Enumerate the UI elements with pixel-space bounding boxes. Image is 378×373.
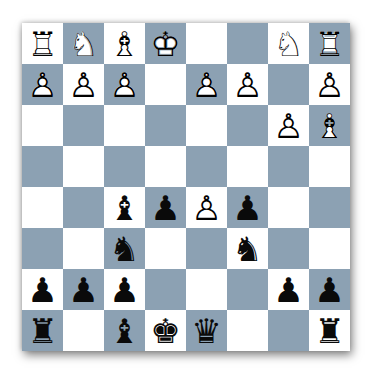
white-pawn-piece: ♟ bbox=[268, 105, 309, 146]
square-d2[interactable]: ♟♙ bbox=[186, 64, 227, 105]
square-h8[interactable]: ♜ bbox=[22, 310, 63, 351]
square-a4[interactable] bbox=[309, 146, 350, 187]
square-d1[interactable] bbox=[186, 23, 227, 64]
black-pawn-piece: ♟ bbox=[63, 269, 104, 310]
white-pawn-piece-outline: ♙ bbox=[309, 64, 350, 105]
white-bishop-piece-outline: ♗ bbox=[309, 105, 350, 146]
square-e3[interactable] bbox=[145, 105, 186, 146]
white-pawn-piece: ♟ bbox=[227, 64, 268, 105]
square-d3[interactable] bbox=[186, 105, 227, 146]
black-rook-piece: ♜ bbox=[309, 310, 350, 351]
black-pawn-piece: ♟ bbox=[268, 269, 309, 310]
white-pawn-piece-outline: ♙ bbox=[63, 64, 104, 105]
square-b7[interactable]: ♟ bbox=[268, 269, 309, 310]
square-g4[interactable] bbox=[63, 146, 104, 187]
square-a6[interactable] bbox=[309, 228, 350, 269]
square-e7[interactable] bbox=[145, 269, 186, 310]
white-rook-piece: ♜ bbox=[309, 23, 350, 64]
square-a1[interactable]: ♜♖ bbox=[309, 23, 350, 64]
square-h7[interactable]: ♟ bbox=[22, 269, 63, 310]
white-king-piece: ♚ bbox=[145, 23, 186, 64]
black-pawn-piece: ♟ bbox=[104, 269, 145, 310]
square-a5[interactable] bbox=[309, 187, 350, 228]
square-c3[interactable] bbox=[227, 105, 268, 146]
white-knight-piece-outline: ♘ bbox=[63, 23, 104, 64]
square-g7[interactable]: ♟ bbox=[63, 269, 104, 310]
square-h4[interactable] bbox=[22, 146, 63, 187]
white-pawn-piece: ♟ bbox=[186, 187, 227, 228]
square-f4[interactable] bbox=[104, 146, 145, 187]
square-f6[interactable]: ♞ bbox=[104, 228, 145, 269]
square-g1[interactable]: ♞♘ bbox=[63, 23, 104, 64]
square-f2[interactable]: ♟♙ bbox=[104, 64, 145, 105]
black-pawn-piece: ♟ bbox=[22, 269, 63, 310]
square-g5[interactable] bbox=[63, 187, 104, 228]
chess-board: ♜♖♞♘♝♗♚♔♞♘♜♖♟♙♟♙♟♙♟♙♟♙♟♙♟♙♝♗♝♟♟♙♟♞♞♟♟♟♟♟… bbox=[22, 23, 350, 351]
white-pawn-piece-outline: ♙ bbox=[104, 64, 145, 105]
square-c4[interactable] bbox=[227, 146, 268, 187]
square-d5[interactable]: ♟♙ bbox=[186, 187, 227, 228]
white-pawn-piece: ♟ bbox=[186, 64, 227, 105]
square-e2[interactable] bbox=[145, 64, 186, 105]
square-d6[interactable] bbox=[186, 228, 227, 269]
square-e4[interactable] bbox=[145, 146, 186, 187]
square-b4[interactable] bbox=[268, 146, 309, 187]
square-a3[interactable]: ♝♗ bbox=[309, 105, 350, 146]
black-bishop-piece: ♝ bbox=[104, 187, 145, 228]
white-pawn-piece-outline: ♙ bbox=[22, 64, 63, 105]
square-b8[interactable] bbox=[268, 310, 309, 351]
square-h6[interactable] bbox=[22, 228, 63, 269]
white-bishop-piece: ♝ bbox=[104, 23, 145, 64]
square-f3[interactable] bbox=[104, 105, 145, 146]
square-c5[interactable]: ♟ bbox=[227, 187, 268, 228]
white-pawn-piece: ♟ bbox=[104, 64, 145, 105]
square-h3[interactable] bbox=[22, 105, 63, 146]
black-bishop-piece: ♝ bbox=[104, 310, 145, 351]
white-pawn-piece-outline: ♙ bbox=[186, 187, 227, 228]
white-rook-piece-outline: ♖ bbox=[22, 23, 63, 64]
black-pawn-piece: ♟ bbox=[309, 269, 350, 310]
square-h5[interactable] bbox=[22, 187, 63, 228]
white-knight-piece-outline: ♘ bbox=[268, 23, 309, 64]
square-e6[interactable] bbox=[145, 228, 186, 269]
square-b2[interactable] bbox=[268, 64, 309, 105]
white-pawn-piece-outline: ♙ bbox=[268, 105, 309, 146]
white-knight-piece: ♞ bbox=[268, 23, 309, 64]
white-rook-piece: ♜ bbox=[22, 23, 63, 64]
square-c7[interactable] bbox=[227, 269, 268, 310]
square-c8[interactable] bbox=[227, 310, 268, 351]
white-pawn-piece: ♟ bbox=[22, 64, 63, 105]
black-queen-piece: ♛ bbox=[186, 310, 227, 351]
square-f8[interactable]: ♝ bbox=[104, 310, 145, 351]
square-f7[interactable]: ♟ bbox=[104, 269, 145, 310]
black-pawn-piece: ♟ bbox=[227, 187, 268, 228]
square-d7[interactable] bbox=[186, 269, 227, 310]
square-b3[interactable]: ♟♙ bbox=[268, 105, 309, 146]
square-b6[interactable] bbox=[268, 228, 309, 269]
square-e1[interactable]: ♚♔ bbox=[145, 23, 186, 64]
white-pawn-piece-outline: ♙ bbox=[227, 64, 268, 105]
white-knight-piece: ♞ bbox=[63, 23, 104, 64]
page-background: ♜♖♞♘♝♗♚♔♞♘♜♖♟♙♟♙♟♙♟♙♟♙♟♙♟♙♝♗♝♟♟♙♟♞♞♟♟♟♟♟… bbox=[0, 0, 378, 373]
square-c1[interactable] bbox=[227, 23, 268, 64]
black-king-piece: ♚ bbox=[145, 310, 186, 351]
white-pawn-piece: ♟ bbox=[309, 64, 350, 105]
black-pawn-piece: ♟ bbox=[145, 187, 186, 228]
square-h2[interactable]: ♟♙ bbox=[22, 64, 63, 105]
white-pawn-piece: ♟ bbox=[63, 64, 104, 105]
black-knight-piece: ♞ bbox=[104, 228, 145, 269]
square-g6[interactable] bbox=[63, 228, 104, 269]
black-rook-piece: ♜ bbox=[22, 310, 63, 351]
square-d8[interactable]: ♛ bbox=[186, 310, 227, 351]
square-d4[interactable] bbox=[186, 146, 227, 187]
white-bishop-piece-outline: ♗ bbox=[104, 23, 145, 64]
white-king-piece-outline: ♔ bbox=[145, 23, 186, 64]
square-g8[interactable] bbox=[63, 310, 104, 351]
square-f5[interactable]: ♝ bbox=[104, 187, 145, 228]
square-b5[interactable] bbox=[268, 187, 309, 228]
square-c6[interactable]: ♞ bbox=[227, 228, 268, 269]
square-b1[interactable]: ♞♘ bbox=[268, 23, 309, 64]
square-a7[interactable]: ♟ bbox=[309, 269, 350, 310]
square-h1[interactable]: ♜♖ bbox=[22, 23, 63, 64]
square-a2[interactable]: ♟♙ bbox=[309, 64, 350, 105]
black-knight-piece: ♞ bbox=[227, 228, 268, 269]
square-a8[interactable]: ♜ bbox=[309, 310, 350, 351]
square-g2[interactable]: ♟♙ bbox=[63, 64, 104, 105]
square-c2[interactable]: ♟♙ bbox=[227, 64, 268, 105]
square-f1[interactable]: ♝♗ bbox=[104, 23, 145, 64]
white-rook-piece-outline: ♖ bbox=[309, 23, 350, 64]
white-pawn-piece-outline: ♙ bbox=[186, 64, 227, 105]
white-bishop-piece: ♝ bbox=[309, 105, 350, 146]
square-e5[interactable]: ♟ bbox=[145, 187, 186, 228]
square-g3[interactable] bbox=[63, 105, 104, 146]
square-e8[interactable]: ♚ bbox=[145, 310, 186, 351]
